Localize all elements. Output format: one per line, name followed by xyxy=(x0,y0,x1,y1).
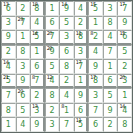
cell-r6c5[interactable]: 2 xyxy=(59,74,74,89)
cell-r7c2[interactable]: 206 xyxy=(16,88,31,103)
cell-r5c3[interactable]: 6 xyxy=(30,59,45,74)
digit: 4 xyxy=(108,33,113,41)
digit: 1 xyxy=(78,77,83,85)
digit: 7 xyxy=(78,63,83,71)
digit: 3 xyxy=(64,33,69,41)
cell-r3c4[interactable]: 207 xyxy=(45,30,60,45)
digit: 8 xyxy=(49,92,54,100)
digit: 8 xyxy=(78,33,83,41)
cell-r7c1[interactable]: 7 xyxy=(1,88,16,103)
digit: 1 xyxy=(20,33,25,41)
digit: 9 xyxy=(34,121,39,129)
cell-r2c7[interactable]: 1 xyxy=(88,16,103,31)
cell-r6c2[interactable]: 9 xyxy=(16,74,31,89)
digit: 6 xyxy=(122,33,127,41)
cell-r6c8[interactable]: 6 xyxy=(103,74,118,89)
digit: 4 xyxy=(64,92,69,100)
digit: 2 xyxy=(6,48,11,56)
cell-r6c3[interactable]: 87 xyxy=(30,74,45,89)
cell-r3c6[interactable]: 118 xyxy=(74,30,89,45)
digit: 8 xyxy=(6,107,11,115)
digit: 7 xyxy=(20,19,25,27)
cell-r4c8[interactable]: 7 xyxy=(103,45,118,60)
digit: 4 xyxy=(49,77,54,85)
digit: 6 xyxy=(78,107,83,115)
cell-r1c1[interactable]: 136 xyxy=(1,1,16,16)
cell-r2c2[interactable]: 297 xyxy=(16,16,31,31)
digit: 8 xyxy=(20,48,25,56)
digit: 4 xyxy=(20,121,25,129)
digit: 8 xyxy=(34,5,39,13)
digit: 7 xyxy=(108,48,113,56)
cell-r6c6[interactable]: 1 xyxy=(74,74,89,89)
cell-r6c9[interactable]: 203 xyxy=(117,74,132,89)
digit: 5 xyxy=(122,48,127,56)
cell-r9c7[interactable]: 6 xyxy=(88,117,103,132)
digit: 8 xyxy=(108,19,113,27)
digit: 7 xyxy=(49,33,54,41)
cell-r7c6[interactable]: 9 xyxy=(74,88,89,103)
cell-r5c9[interactable]: 2 xyxy=(117,59,132,74)
cell-r4c3[interactable]: 1 xyxy=(30,45,45,60)
digit: 1 xyxy=(93,19,98,27)
cell-r4c6[interactable]: 3 xyxy=(74,45,89,60)
digit: 3 xyxy=(6,19,11,27)
digit: 3 xyxy=(34,107,39,115)
digit: 6 xyxy=(6,5,11,13)
digit: 9 xyxy=(64,5,69,13)
digit: 3 xyxy=(122,77,127,85)
cell-r8c3[interactable]: 133 xyxy=(30,103,45,118)
cell-r7c7[interactable]: 3 xyxy=(88,88,103,103)
cell-r9c5[interactable]: 7 xyxy=(59,117,74,132)
cell-r2c1[interactable]: 3 xyxy=(1,16,16,31)
digit: 7 xyxy=(64,121,69,129)
cell-r1c5[interactable]: 149 xyxy=(59,1,74,16)
cell-r5c1[interactable]: 144 xyxy=(1,59,16,74)
cell-r6c4[interactable]: 124 xyxy=(45,74,60,89)
cell-r5c7[interactable]: 9 xyxy=(88,59,103,74)
digit: 4 xyxy=(122,107,127,115)
killer-sudoku-board: 1362188114941553177329746521899114520731… xyxy=(0,0,133,133)
cell-r8c9[interactable]: 144 xyxy=(117,103,132,118)
cell-r7c8[interactable]: 5 xyxy=(103,88,118,103)
cell-r4c4[interactable]: 209 xyxy=(45,45,60,60)
digit: 7 xyxy=(93,107,98,115)
cell-r5c8[interactable]: 1 xyxy=(103,59,118,74)
digit: 1 xyxy=(122,92,127,100)
cell-r7c9[interactable]: 1 xyxy=(117,88,132,103)
digit: 9 xyxy=(93,63,98,71)
digit: 1 xyxy=(108,63,113,71)
digit: 6 xyxy=(49,19,54,27)
cell-r7c5[interactable]: 4 xyxy=(59,88,74,103)
cell-r4c5[interactable]: 6 xyxy=(59,45,74,60)
cell-r7c3[interactable]: 2 xyxy=(30,88,45,103)
digit: 2 xyxy=(49,107,54,115)
digit: 9 xyxy=(49,48,54,56)
cell-r6c1[interactable]: 215 xyxy=(1,74,16,89)
cell-r3c5[interactable]: 3 xyxy=(59,30,74,45)
cell-r1c9[interactable]: 177 xyxy=(117,1,132,16)
digit: 1 xyxy=(6,121,11,129)
cell-r5c5[interactable]: 8 xyxy=(59,59,74,74)
cell-r8c5[interactable]: 81 xyxy=(59,103,74,118)
cell-r4c9[interactable]: 5 xyxy=(117,45,132,60)
digit: 5 xyxy=(49,63,54,71)
cell-r8c7[interactable]: 7 xyxy=(88,103,103,118)
cell-r1c4[interactable]: 1 xyxy=(45,1,60,16)
digit: 9 xyxy=(6,33,11,41)
digit: 6 xyxy=(108,77,113,85)
cell-r9c9[interactable]: 8 xyxy=(117,117,132,132)
digit: 7 xyxy=(6,92,11,100)
digit: 2 xyxy=(34,92,39,100)
cell-r5c2[interactable]: 3 xyxy=(16,59,31,74)
cell-r3c9[interactable]: 156 xyxy=(117,30,132,45)
cell-r8c6[interactable]: 6 xyxy=(74,103,89,118)
digit: 9 xyxy=(78,92,83,100)
digit: 2 xyxy=(122,63,127,71)
digit: 6 xyxy=(20,92,25,100)
cell-r2c5[interactable]: 5 xyxy=(59,16,74,31)
cell-r3c3[interactable]: 145 xyxy=(30,30,45,45)
digit: 9 xyxy=(20,77,25,85)
cell-r9c8[interactable]: 2 xyxy=(103,117,118,132)
cell-r1c7[interactable]: 155 xyxy=(88,1,103,16)
digit: 4 xyxy=(6,63,11,71)
cell-r9c1[interactable]: 1 xyxy=(1,117,16,132)
cell-r2c4[interactable]: 6 xyxy=(45,16,60,31)
cell-r1c2[interactable]: 2 xyxy=(16,1,31,16)
digit: 6 xyxy=(34,63,39,71)
digit: 7 xyxy=(34,77,39,85)
digit: 5 xyxy=(93,5,98,13)
digit: 8 xyxy=(93,77,98,85)
cell-r8c1[interactable]: 8 xyxy=(1,103,16,118)
digit: 2 xyxy=(108,121,113,129)
cell-r9c2[interactable]: 4 xyxy=(16,117,31,132)
cell-r2c8[interactable]: 8 xyxy=(103,16,118,31)
cell-r5c4[interactable]: 5 xyxy=(45,59,60,74)
cell-r3c1[interactable]: 9 xyxy=(1,30,16,45)
cell-r1c8[interactable]: 3 xyxy=(103,1,118,16)
digit: 5 xyxy=(108,92,113,100)
digit: 5 xyxy=(6,77,11,85)
digit: 4 xyxy=(34,19,39,27)
cell-r9c6[interactable]: 115 xyxy=(74,117,89,132)
digit: 4 xyxy=(78,5,83,13)
digit: 9 xyxy=(122,19,127,27)
digit: 4 xyxy=(93,48,98,56)
digit: 2 xyxy=(93,33,98,41)
digit: 3 xyxy=(20,63,25,71)
digit: 8 xyxy=(122,121,127,129)
digit: 6 xyxy=(93,121,98,129)
cell-r8c4[interactable]: 2 xyxy=(45,103,60,118)
digit: 1 xyxy=(64,107,69,115)
digit: 5 xyxy=(78,121,83,129)
cell-r3c2[interactable]: 1 xyxy=(16,30,31,45)
cell-r2c3[interactable]: 4 xyxy=(30,16,45,31)
digit: 2 xyxy=(20,5,25,13)
digit: 1 xyxy=(49,5,54,13)
digit: 5 xyxy=(34,33,39,41)
cell-r8c8[interactable]: 9 xyxy=(103,103,118,118)
cell-r9c4[interactable]: 3 xyxy=(45,117,60,132)
cell-r4c2[interactable]: 8 xyxy=(16,45,31,60)
digit: 3 xyxy=(49,121,54,129)
digit: 8 xyxy=(64,63,69,71)
cell-r6c7[interactable]: 178 xyxy=(88,74,103,89)
cell-r5c6[interactable]: 177 xyxy=(74,59,89,74)
digit: 5 xyxy=(64,19,69,27)
cell-r2c6[interactable]: 2 xyxy=(74,16,89,31)
cell-r4c7[interactable]: 4 xyxy=(88,45,103,60)
cell-r4c1[interactable]: 2 xyxy=(1,45,16,60)
digit: 6 xyxy=(64,48,69,56)
digit: 3 xyxy=(78,48,83,56)
digit: 5 xyxy=(20,107,25,115)
digit: 3 xyxy=(108,5,113,13)
cell-r1c6[interactable]: 4 xyxy=(74,1,89,16)
cell-r1c3[interactable]: 188 xyxy=(30,1,45,16)
cell-r3c7[interactable]: 82 xyxy=(88,30,103,45)
digit: 1 xyxy=(34,48,39,56)
cell-r7c4[interactable]: 8 xyxy=(45,88,60,103)
digit: 3 xyxy=(93,92,98,100)
cell-r3c8[interactable]: 4 xyxy=(103,30,118,45)
cell-r8c2[interactable]: 5 xyxy=(16,103,31,118)
digit: 2 xyxy=(64,77,69,85)
cell-r9c3[interactable]: 9 xyxy=(30,117,45,132)
cell-r2c9[interactable]: 9 xyxy=(117,16,132,31)
digit: 7 xyxy=(122,5,127,13)
digit: 9 xyxy=(108,107,113,115)
digit: 2 xyxy=(78,19,83,27)
